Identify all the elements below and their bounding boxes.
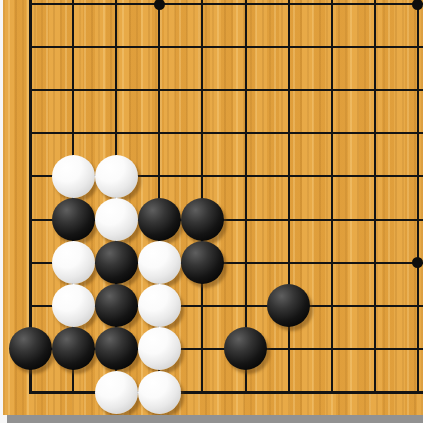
white-stone-D4[interactable]	[138, 241, 181, 284]
white-stone-C5[interactable]	[95, 198, 138, 241]
grid-line-v-5	[201, 0, 203, 394]
black-stone-D5[interactable]	[138, 198, 181, 241]
grid-line-h-9	[29, 46, 423, 48]
black-stone-G3[interactable]	[267, 284, 310, 327]
grid-line-v-10	[417, 0, 419, 394]
black-stone-B2[interactable]	[52, 327, 95, 370]
board-shadow	[7, 415, 423, 423]
black-stone-B5[interactable]	[52, 198, 95, 241]
grid-line-h-8	[29, 89, 423, 91]
go-board[interactable]	[3, 0, 423, 415]
hoshi-K10	[412, 0, 423, 10]
hoshi-D10	[154, 0, 165, 10]
white-stone-B6[interactable]	[52, 155, 95, 198]
hoshi-K4	[412, 257, 423, 268]
grid-line-h-1	[29, 391, 423, 394]
white-stone-D2[interactable]	[138, 327, 181, 370]
page-background	[0, 0, 423, 423]
grid-line-v-8	[331, 0, 333, 394]
white-stone-D3[interactable]	[138, 284, 181, 327]
black-stone-E5[interactable]	[181, 198, 224, 241]
white-stone-B3[interactable]	[52, 284, 95, 327]
grid-line-v-7	[288, 0, 290, 394]
black-stone-F2[interactable]	[224, 327, 267, 370]
black-stone-C4[interactable]	[95, 241, 138, 284]
black-stone-C3[interactable]	[95, 284, 138, 327]
grid-line-h-7	[29, 132, 423, 134]
black-stone-C2[interactable]	[95, 327, 138, 370]
grid-line-v-9	[374, 0, 376, 394]
grid-line-h-10	[29, 3, 423, 5]
white-stone-C1[interactable]	[95, 371, 138, 414]
black-stone-A2[interactable]	[9, 327, 52, 370]
white-stone-D1[interactable]	[138, 371, 181, 414]
black-stone-E4[interactable]	[181, 241, 224, 284]
white-stone-B4[interactable]	[52, 241, 95, 284]
white-stone-C6[interactable]	[95, 155, 138, 198]
